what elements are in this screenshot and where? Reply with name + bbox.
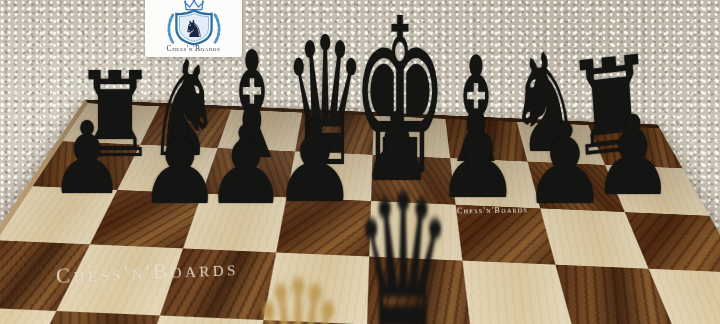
- logo-text: Chess'n'Boards: [167, 44, 221, 53]
- chess-piece-black-pawn: ♟: [522, 108, 607, 220]
- crown-icon: [185, 1, 203, 10]
- logo-emblem-icon: ♞: [150, 0, 238, 45]
- chess-piece-black-queen: ♛: [352, 168, 453, 324]
- laurel-right-icon: [215, 15, 219, 42]
- chess-piece-white-queen: ♛: [251, 258, 345, 324]
- chess-piece-black-pawn: ♟: [205, 112, 287, 220]
- logo-knight-icon: ♞: [183, 15, 204, 43]
- brand-logo: ♞ Chess'n'Boards: [145, 0, 242, 57]
- product-photo: ♜♞♝♛♚♝♞♜♟♟♟♟♟♟♟♟♛♛ Chess'n'Boards Chess'…: [0, 0, 720, 324]
- laurel-left-icon: [168, 15, 172, 42]
- chess-piece-black-pawn: ♟: [49, 109, 125, 209]
